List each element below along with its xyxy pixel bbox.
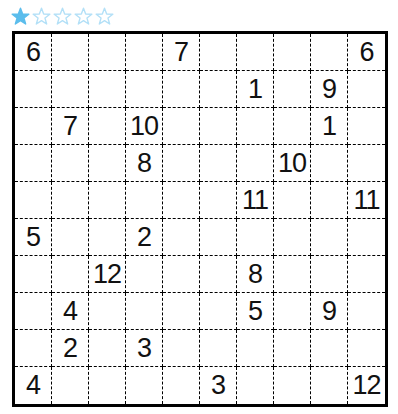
cell-r10c6-clue-3[interactable]: 3 xyxy=(200,367,237,404)
cell-r2c10[interactable] xyxy=(348,71,385,108)
cell-r3c8[interactable] xyxy=(274,108,311,145)
cell-r3c7[interactable] xyxy=(237,108,274,145)
cell-r6c9[interactable] xyxy=(311,219,348,256)
cell-r3c10[interactable] xyxy=(348,108,385,145)
cell-r10c8[interactable] xyxy=(274,367,311,404)
cell-r8c6[interactable] xyxy=(200,293,237,330)
cell-r4c4-clue-8[interactable]: 8 xyxy=(126,145,163,182)
cell-r3c3[interactable] xyxy=(89,108,126,145)
cell-r4c7[interactable] xyxy=(237,145,274,182)
cell-r8c3[interactable] xyxy=(89,293,126,330)
star-filled-icon xyxy=(10,6,31,27)
cell-r8c4[interactable] xyxy=(126,293,163,330)
cell-r4c8-clue-10[interactable]: 10 xyxy=(274,145,311,182)
cell-r3c9-clue-1[interactable]: 1 xyxy=(311,108,348,145)
cell-r2c1[interactable] xyxy=(15,71,52,108)
cell-r1c6[interactable] xyxy=(200,34,237,71)
cell-r9c8[interactable] xyxy=(274,330,311,367)
cell-r5c7-clue-11[interactable]: 11 xyxy=(237,182,274,219)
cell-r9c5[interactable] xyxy=(163,330,200,367)
cell-r5c10-clue-11[interactable]: 11 xyxy=(348,182,385,219)
cell-r8c8[interactable] xyxy=(274,293,311,330)
cell-r5c3[interactable] xyxy=(89,182,126,219)
cell-r10c10-clue-12[interactable]: 12 xyxy=(348,367,385,404)
cell-r4c6[interactable] xyxy=(200,145,237,182)
cell-r5c5[interactable] xyxy=(163,182,200,219)
cell-r1c3[interactable] xyxy=(89,34,126,71)
cell-r10c7[interactable] xyxy=(237,367,274,404)
cell-r8c2-clue-4[interactable]: 4 xyxy=(52,293,89,330)
star-outline-icon xyxy=(94,6,115,27)
cell-r4c9[interactable] xyxy=(311,145,348,182)
cell-r1c4[interactable] xyxy=(126,34,163,71)
cell-r6c3[interactable] xyxy=(89,219,126,256)
cell-r1c7[interactable] xyxy=(237,34,274,71)
cell-r4c5[interactable] xyxy=(163,145,200,182)
cell-r9c9[interactable] xyxy=(311,330,348,367)
cell-r6c6[interactable] xyxy=(200,219,237,256)
cell-r6c1-clue-5[interactable]: 5 xyxy=(15,219,52,256)
cell-r2c4[interactable] xyxy=(126,71,163,108)
cell-r3c5[interactable] xyxy=(163,108,200,145)
cell-r3c4-clue-10[interactable]: 10 xyxy=(126,108,163,145)
cell-r1c2[interactable] xyxy=(52,34,89,71)
cell-r2c8[interactable] xyxy=(274,71,311,108)
cell-r9c1[interactable] xyxy=(15,330,52,367)
cell-r4c1[interactable] xyxy=(15,145,52,182)
cell-r2c9-clue-9[interactable]: 9 xyxy=(311,71,348,108)
cell-r5c9[interactable] xyxy=(311,182,348,219)
cell-r9c4-clue-3[interactable]: 3 xyxy=(126,330,163,367)
cell-r10c9[interactable] xyxy=(311,367,348,404)
cell-r2c6[interactable] xyxy=(200,71,237,108)
cell-r9c10[interactable] xyxy=(348,330,385,367)
cell-r10c1-clue-4[interactable]: 4 xyxy=(15,367,52,404)
star-outline-icon xyxy=(73,6,94,27)
cell-r2c2[interactable] xyxy=(52,71,89,108)
cell-r9c3[interactable] xyxy=(89,330,126,367)
cell-r7c2[interactable] xyxy=(52,256,89,293)
cell-r6c2[interactable] xyxy=(52,219,89,256)
cell-r10c2[interactable] xyxy=(52,367,89,404)
cell-r4c2[interactable] xyxy=(52,145,89,182)
cell-r9c6[interactable] xyxy=(200,330,237,367)
difficulty-rating xyxy=(10,6,115,27)
cell-r4c3[interactable] xyxy=(89,145,126,182)
cell-r6c7[interactable] xyxy=(237,219,274,256)
cell-r6c8[interactable] xyxy=(274,219,311,256)
cell-r5c4[interactable] xyxy=(126,182,163,219)
cell-r8c7-clue-5[interactable]: 5 xyxy=(237,293,274,330)
cell-r10c3[interactable] xyxy=(89,367,126,404)
cell-r8c5[interactable] xyxy=(163,293,200,330)
cell-r7c10[interactable] xyxy=(348,256,385,293)
cell-r3c6[interactable] xyxy=(200,108,237,145)
cell-r6c10[interactable] xyxy=(348,219,385,256)
star-outline-icon xyxy=(31,6,52,27)
cell-r1c5-clue-7[interactable]: 7 xyxy=(163,34,200,71)
cell-r7c5[interactable] xyxy=(163,256,200,293)
cell-r10c4[interactable] xyxy=(126,367,163,404)
cell-r1c1-clue-6[interactable]: 6 xyxy=(15,34,52,71)
cell-r1c9[interactable] xyxy=(311,34,348,71)
cell-r6c4-clue-2[interactable]: 2 xyxy=(126,219,163,256)
cell-r10c5[interactable] xyxy=(163,367,200,404)
cell-r7c1[interactable] xyxy=(15,256,52,293)
cell-r9c2-clue-2[interactable]: 2 xyxy=(52,330,89,367)
fillomino-board: 676197101810111152128459234312 xyxy=(12,31,388,407)
cell-r6c5[interactable] xyxy=(163,219,200,256)
cell-r7c7-clue-8[interactable]: 8 xyxy=(237,256,274,293)
cell-r5c6[interactable] xyxy=(200,182,237,219)
cell-r5c1[interactable] xyxy=(15,182,52,219)
cell-r5c2[interactable] xyxy=(52,182,89,219)
cell-r5c8[interactable] xyxy=(274,182,311,219)
cell-r8c10[interactable] xyxy=(348,293,385,330)
cell-r1c8[interactable] xyxy=(274,34,311,71)
cell-r3c2-clue-7[interactable]: 7 xyxy=(52,108,89,145)
cell-r7c3-clue-12[interactable]: 12 xyxy=(89,256,126,293)
cell-r8c1[interactable] xyxy=(15,293,52,330)
cell-r1c10-clue-6[interactable]: 6 xyxy=(348,34,385,71)
cell-r8c9-clue-9[interactable]: 9 xyxy=(311,293,348,330)
cell-r7c8[interactable] xyxy=(274,256,311,293)
cell-r2c5[interactable] xyxy=(163,71,200,108)
cell-r9c7[interactable] xyxy=(237,330,274,367)
puzzle-grid: 676197101810111152128459234312 xyxy=(15,34,385,404)
cell-r2c3[interactable] xyxy=(89,71,126,108)
cell-r4c10[interactable] xyxy=(348,145,385,182)
cell-r7c6[interactable] xyxy=(200,256,237,293)
cell-r3c1[interactable] xyxy=(15,108,52,145)
star-outline-icon xyxy=(52,6,73,27)
cell-r7c4[interactable] xyxy=(126,256,163,293)
cell-r2c7-clue-1[interactable]: 1 xyxy=(237,71,274,108)
cell-r7c9[interactable] xyxy=(311,256,348,293)
